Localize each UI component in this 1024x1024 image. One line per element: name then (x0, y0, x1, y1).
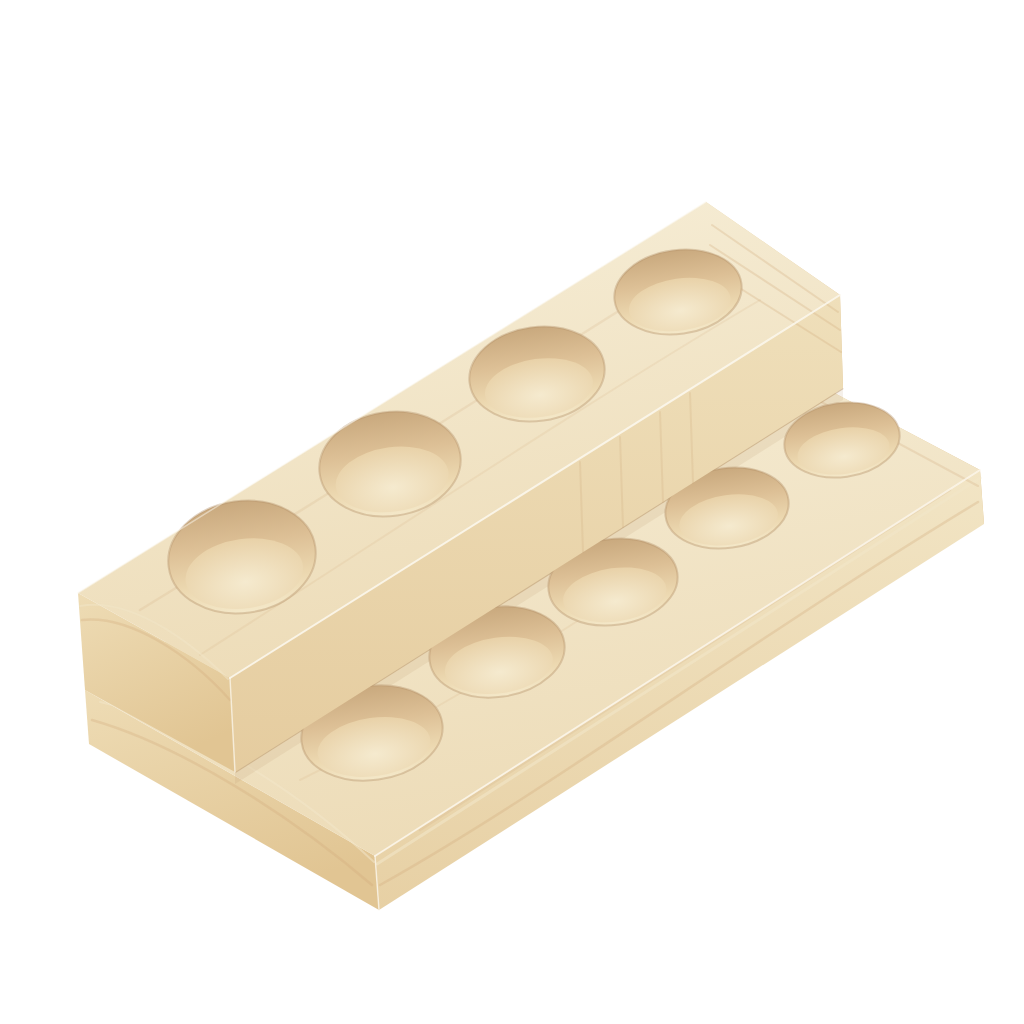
product-photo-figure (0, 0, 1024, 1024)
wooden-rack-photo (0, 0, 1024, 1024)
